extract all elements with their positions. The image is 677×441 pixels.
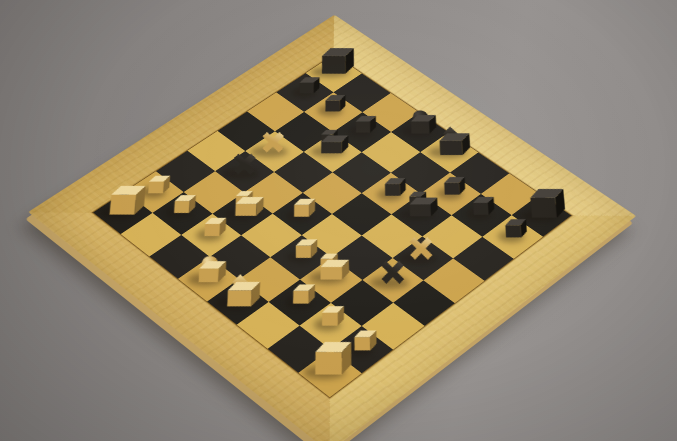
white-pawn[interactable]: [149, 181, 165, 193]
black-pawn[interactable]: [355, 122, 370, 133]
white-knight[interactable]: [320, 259, 342, 280]
cube-shape: [322, 56, 346, 74]
chess-board: [28, 15, 636, 441]
cube-shape: [235, 204, 256, 216]
white-bishop[interactable]: [261, 131, 286, 155]
black-pawn[interactable]: [473, 203, 489, 215]
cube-shape: [410, 204, 431, 216]
cube-shape: [355, 337, 371, 350]
cube-shape: [294, 291, 310, 304]
cube-shape: [505, 225, 521, 237]
cross-shape: [374, 254, 410, 291]
cube-shape: [322, 312, 338, 325]
white-rook[interactable]: [110, 195, 137, 215]
cube-shape: [299, 83, 313, 94]
cube-shape: [325, 101, 339, 112]
cube-shape: [440, 141, 463, 155]
black-bishop[interactable]: [232, 152, 257, 176]
white-pawn[interactable]: [296, 246, 311, 258]
cube-shape: [149, 181, 165, 193]
photo-background: [0, 0, 677, 441]
black-knight[interactable]: [410, 197, 432, 217]
white-pawn[interactable]: [294, 291, 310, 304]
cube-shape: [315, 352, 342, 375]
white-pawn[interactable]: [355, 337, 371, 350]
black-rook[interactable]: [322, 56, 346, 74]
white-pawn[interactable]: [294, 205, 309, 217]
white-knight[interactable]: [235, 196, 257, 216]
cube-shape: [385, 184, 400, 196]
cube-shape: [199, 268, 219, 282]
white-pawn[interactable]: [322, 312, 338, 325]
cube-shape: [530, 198, 557, 218]
white-pawn[interactable]: [175, 201, 191, 213]
cube-shape: [321, 142, 341, 153]
black-pawn[interactable]: [325, 101, 339, 112]
black-queen[interactable]: [410, 110, 429, 133]
cube-shape: [110, 195, 137, 215]
black-pawn[interactable]: [444, 183, 459, 195]
white-king[interactable]: [227, 277, 252, 307]
cube-shape: [296, 246, 311, 258]
white-pawn[interactable]: [204, 224, 220, 236]
black-bishop[interactable]: [379, 259, 405, 285]
board-grid: [93, 55, 571, 398]
cube-shape: [411, 121, 430, 133]
white-queen[interactable]: [199, 256, 220, 282]
white-rook[interactable]: [315, 352, 342, 375]
cube-shape: [294, 205, 309, 217]
cube-shape: [444, 183, 459, 195]
cube-shape: [175, 201, 191, 213]
black-pawn[interactable]: [505, 225, 521, 237]
black-pawn[interactable]: [299, 83, 313, 94]
cube-shape: [320, 267, 342, 280]
black-pawn[interactable]: [385, 184, 400, 196]
black-king[interactable]: [439, 129, 463, 155]
black-rook[interactable]: [530, 198, 557, 218]
white-bishop[interactable]: [408, 235, 434, 261]
black-knight[interactable]: [321, 134, 341, 153]
cube-shape: [204, 224, 220, 236]
cube-shape: [473, 203, 489, 215]
cube-shape: [355, 122, 370, 133]
cube-shape: [227, 290, 251, 306]
